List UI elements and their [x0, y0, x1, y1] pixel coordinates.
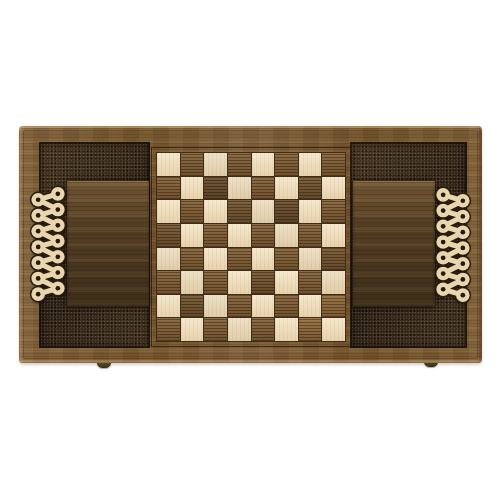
chess-backgammon-case: [19, 126, 482, 363]
board-square: [299, 271, 322, 294]
board-square: [157, 295, 180, 318]
product-photo: [0, 0, 500, 500]
board-square: [322, 295, 345, 318]
board-square: [275, 153, 298, 176]
board-square: [181, 153, 204, 176]
board-square: [299, 248, 322, 271]
board-square: [275, 224, 298, 247]
board-square: [252, 295, 275, 318]
chessboard: [156, 152, 346, 342]
board-square: [322, 177, 345, 200]
board-square: [299, 153, 322, 176]
board-square: [228, 248, 251, 271]
board-square: [157, 200, 180, 223]
board-square: [204, 224, 227, 247]
board-square: [157, 153, 180, 176]
board-square: [181, 224, 204, 247]
board-square: [322, 248, 345, 271]
board-square: [228, 153, 251, 176]
board-square: [299, 295, 322, 318]
right-panel-inset: [353, 181, 435, 307]
board-square: [275, 177, 298, 200]
board-square: [322, 318, 345, 341]
board-square: [322, 224, 345, 247]
board-square: [275, 200, 298, 223]
right-knot-ornament: [434, 186, 472, 304]
board-square: [181, 248, 204, 271]
board-square: [204, 153, 227, 176]
board-square: [252, 271, 275, 294]
board-square: [322, 271, 345, 294]
board-square: [299, 224, 322, 247]
left-panel-inset: [67, 181, 149, 307]
board-square: [275, 248, 298, 271]
board-square: [181, 177, 204, 200]
board-square: [204, 177, 227, 200]
board-square: [181, 295, 204, 318]
board-square: [252, 318, 275, 341]
board-square: [228, 295, 251, 318]
board-square: [228, 318, 251, 341]
board-square: [252, 224, 275, 247]
board-square: [299, 318, 322, 341]
board-square: [275, 318, 298, 341]
board-square: [204, 318, 227, 341]
board-square: [228, 224, 251, 247]
board-square: [181, 200, 204, 223]
board-square: [252, 200, 275, 223]
board-square: [322, 153, 345, 176]
board-square: [157, 318, 180, 341]
board-square: [228, 271, 251, 294]
board-square: [204, 200, 227, 223]
board-square: [228, 200, 251, 223]
board-square: [299, 200, 322, 223]
board-square: [228, 177, 251, 200]
board-square: [157, 224, 180, 247]
board-square: [322, 200, 345, 223]
board-square: [252, 153, 275, 176]
left-knot-ornament: [29, 185, 67, 303]
board-square: [275, 295, 298, 318]
board-square: [157, 177, 180, 200]
board-square: [204, 248, 227, 271]
board-square: [157, 271, 180, 294]
board-square: [252, 177, 275, 200]
board-square: [204, 271, 227, 294]
board-square: [299, 177, 322, 200]
board-square: [252, 248, 275, 271]
board-square: [181, 271, 204, 294]
board-square: [204, 295, 227, 318]
board-square: [275, 271, 298, 294]
board-square: [181, 318, 204, 341]
board-square: [157, 248, 180, 271]
